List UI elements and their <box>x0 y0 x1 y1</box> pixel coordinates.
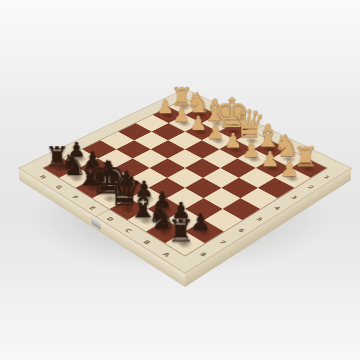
piece-black-rook[interactable]: ♜ <box>154 216 208 246</box>
chess-board: ♜♞♝♚♛♝♞♜♟♟♟♟♟♟♟♟♟♟♟♟♟♟♟♟♜♞♝♚♛♝♞♜ HGFEDCB… <box>18 88 352 273</box>
board-grid: ♜♞♝♚♛♝♞♜♟♟♟♟♟♟♟♟♟♟♟♟♟♟♟♟♜♞♝♚♛♝♞♜ <box>44 99 327 255</box>
board-frame: ♜♞♝♚♛♝♞♜♟♟♟♟♟♟♟♟♟♟♟♟♟♟♟♟♜♞♝♚♛♝♞♜ HGFEDCB… <box>18 88 352 273</box>
scene: ♜♞♝♚♛♝♞♜♟♟♟♟♟♟♟♟♟♟♟♟♟♟♟♟♜♞♝♚♛♝♞♜ HGFEDCB… <box>67 50 303 286</box>
piece-white-pawn[interactable]: ♟ <box>265 159 314 180</box>
photo-background: ♜♞♝♚♛♝♞♜♟♟♟♟♟♟♟♟♟♟♟♟♟♟♟♟♜♞♝♚♛♝♞♜ HGFEDCB… <box>0 0 360 360</box>
square-d5[interactable] <box>167 168 203 188</box>
